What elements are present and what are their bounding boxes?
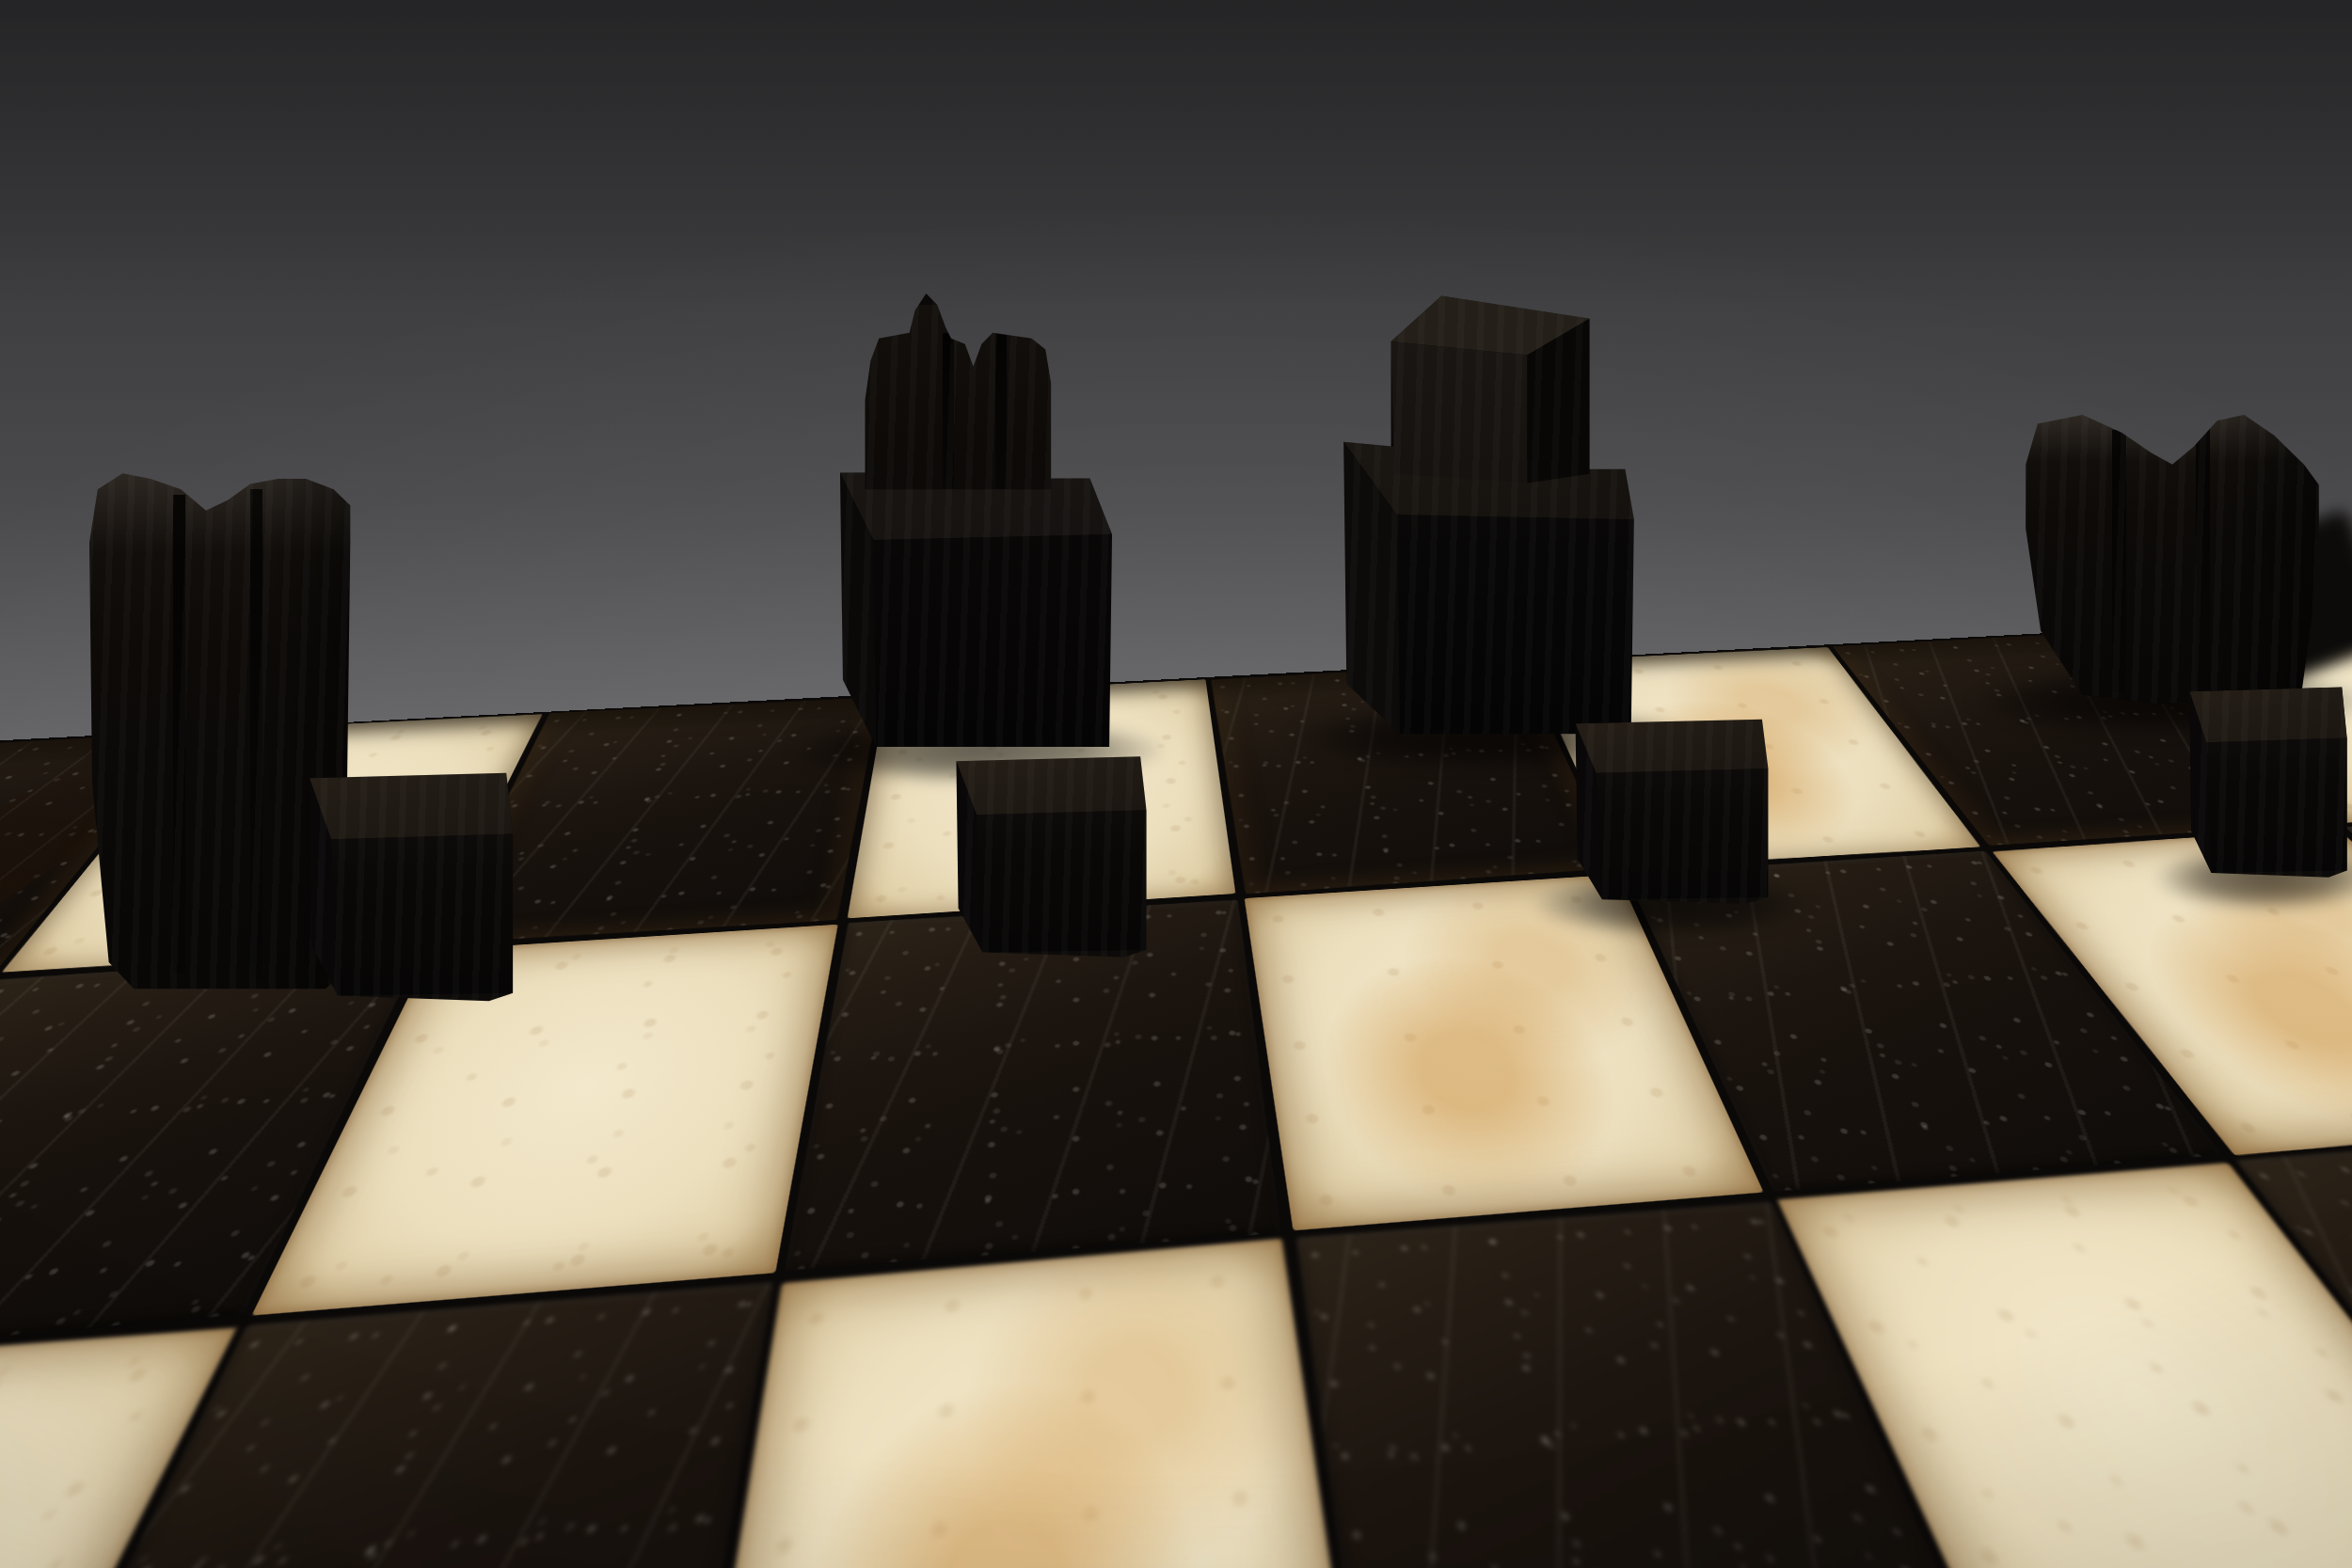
- chess-piece-pawn-1[interactable]: [303, 738, 519, 1004]
- chess-piece-bishop-kingside[interactable]: [2023, 412, 2322, 704]
- chess-piece-king[interactable]: [1341, 282, 1637, 738]
- piece-grain-face: [1569, 691, 1774, 906]
- piece-grain-face: [837, 193, 1115, 752]
- chess-piece-pawn-2[interactable]: [950, 726, 1152, 959]
- chess-piece-queen[interactable]: [837, 193, 1115, 752]
- photo-stage: [0, 0, 2352, 1568]
- backdrop-top-shadow: [0, 0, 2352, 310]
- piece-grain-face: [950, 726, 1152, 959]
- piece-grain-face: [303, 738, 519, 1004]
- chess-piece-pawn-4[interactable]: [2185, 658, 2352, 879]
- piece-grain-face: [2185, 658, 2352, 879]
- piece-grain-face: [2023, 412, 2322, 704]
- board-square[interactable]: [678, 1239, 1368, 1568]
- chess-piece-pawn-3[interactable]: [1569, 691, 1774, 906]
- piece-grain-face: [1341, 282, 1637, 738]
